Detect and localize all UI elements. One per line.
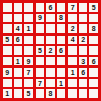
cell-r6c3[interactable]: 9 xyxy=(24,57,33,66)
cell-r7c9[interactable] xyxy=(89,68,98,77)
cell-r2c7[interactable] xyxy=(68,14,77,23)
cell-r9c7[interactable] xyxy=(68,89,77,98)
cell-r4c4[interactable] xyxy=(36,36,45,45)
cell-r8c6[interactable]: 1 xyxy=(57,79,66,88)
cell-r3c3[interactable]: 1 xyxy=(24,24,33,33)
cell-r2c2[interactable] xyxy=(14,14,23,23)
cell-r5c2[interactable] xyxy=(14,46,23,55)
cell-r8c2[interactable] xyxy=(14,79,23,88)
cell-r1c7[interactable]: 7 xyxy=(68,3,77,12)
cell-r8c7[interactable] xyxy=(68,79,77,88)
cell-r7c4[interactable] xyxy=(36,68,45,77)
cell-r9c2[interactable] xyxy=(14,89,23,98)
cell-r6c8[interactable]: 3 xyxy=(79,57,88,66)
cell-r1c1[interactable] xyxy=(3,3,12,12)
cell-r7c8[interactable]: 6 xyxy=(79,68,88,77)
cell-r9c5[interactable]: 8 xyxy=(46,89,55,98)
cell-r7c1[interactable]: 9 xyxy=(3,68,12,77)
cell-r5c6[interactable]: 6 xyxy=(57,46,66,55)
cell-r4c6[interactable] xyxy=(57,36,66,45)
cell-r7c7[interactable]: 1 xyxy=(68,68,77,77)
cell-r9c4[interactable] xyxy=(36,89,45,98)
cell-r2c1[interactable] xyxy=(3,14,12,23)
cell-r1c9[interactable]: 5 xyxy=(89,3,98,12)
cell-r8c5[interactable] xyxy=(46,79,55,88)
cell-r4c2[interactable]: 6 xyxy=(14,36,23,45)
cell-r9c9[interactable] xyxy=(89,89,98,98)
cell-r2c9[interactable] xyxy=(89,14,98,23)
sudoku-box-1-0: 5619 xyxy=(3,36,33,66)
sudoku-box-2-0: 9715 xyxy=(3,68,33,98)
cell-r7c5[interactable] xyxy=(46,68,55,77)
cell-r6c2[interactable]: 1 xyxy=(14,57,23,66)
cell-r8c3[interactable] xyxy=(24,79,33,88)
cell-r4c8[interactable]: 2 xyxy=(79,36,88,45)
cell-r5c5[interactable]: 2 xyxy=(46,46,55,55)
cell-r3c7[interactable]: 2 xyxy=(68,24,77,33)
cell-r1c4[interactable] xyxy=(36,3,45,12)
cell-r5c4[interactable]: 5 xyxy=(36,46,45,55)
cell-r3c9[interactable]: 8 xyxy=(89,24,98,33)
cell-r3c1[interactable] xyxy=(3,24,12,33)
sudoku-box-0-0: 41 xyxy=(3,3,33,33)
cell-r3c6[interactable] xyxy=(57,24,66,33)
cell-r9c8[interactable] xyxy=(79,89,88,98)
cell-r9c3[interactable]: 5 xyxy=(24,89,33,98)
cell-r3c4[interactable] xyxy=(36,24,45,33)
cell-r9c1[interactable]: 1 xyxy=(3,89,12,98)
cell-r8c8[interactable] xyxy=(79,79,88,88)
cell-r6c4[interactable] xyxy=(36,57,45,66)
cell-r1c6[interactable] xyxy=(57,3,66,12)
cell-r4c5[interactable] xyxy=(46,36,55,45)
cell-r2c4[interactable]: 9 xyxy=(36,14,45,23)
cell-r5c7[interactable] xyxy=(68,46,77,55)
cell-r7c6[interactable] xyxy=(57,68,66,77)
cell-r5c9[interactable] xyxy=(89,46,98,55)
cell-r6c6[interactable] xyxy=(57,57,66,66)
sudoku-box-2-2: 16 xyxy=(68,68,98,98)
cell-r7c2[interactable] xyxy=(14,68,23,77)
sudoku-board: 41698752856195264236971571816 xyxy=(0,0,101,101)
cell-r1c8[interactable] xyxy=(79,3,88,12)
cell-r9c6[interactable] xyxy=(57,89,66,98)
cell-r4c7[interactable]: 4 xyxy=(68,36,77,45)
cell-r8c1[interactable] xyxy=(3,79,12,88)
cell-r2c6[interactable]: 8 xyxy=(57,14,66,23)
cell-r3c8[interactable] xyxy=(79,24,88,33)
sudoku-box-0-2: 7528 xyxy=(68,3,98,33)
cell-r2c8[interactable] xyxy=(79,14,88,23)
cell-r1c5[interactable]: 6 xyxy=(46,3,55,12)
sudoku-box-2-1: 718 xyxy=(36,68,66,98)
sudoku-box-1-1: 526 xyxy=(36,36,66,66)
cell-r2c5[interactable] xyxy=(46,14,55,23)
cell-r3c5[interactable] xyxy=(46,24,55,33)
cell-r5c3[interactable] xyxy=(24,46,33,55)
cell-r1c3[interactable] xyxy=(24,3,33,12)
cell-r8c4[interactable]: 7 xyxy=(36,79,45,88)
cell-r4c9[interactable] xyxy=(89,36,98,45)
cell-r1c2[interactable] xyxy=(14,3,23,12)
cell-r8c9[interactable] xyxy=(89,79,98,88)
cell-r7c3[interactable]: 7 xyxy=(24,68,33,77)
cell-r5c8[interactable] xyxy=(79,46,88,55)
cell-r6c5[interactable] xyxy=(46,57,55,66)
cell-r5c1[interactable] xyxy=(3,46,12,55)
cell-r2c3[interactable] xyxy=(24,14,33,23)
cell-r6c1[interactable] xyxy=(3,57,12,66)
cell-r6c7[interactable] xyxy=(68,57,77,66)
cell-r3c2[interactable]: 4 xyxy=(14,24,23,33)
sudoku-box-1-2: 4236 xyxy=(68,36,98,66)
cell-r4c3[interactable] xyxy=(24,36,33,45)
cell-r4c1[interactable]: 5 xyxy=(3,36,12,45)
cell-r6c9[interactable]: 6 xyxy=(89,57,98,66)
sudoku-box-0-1: 698 xyxy=(36,3,66,33)
